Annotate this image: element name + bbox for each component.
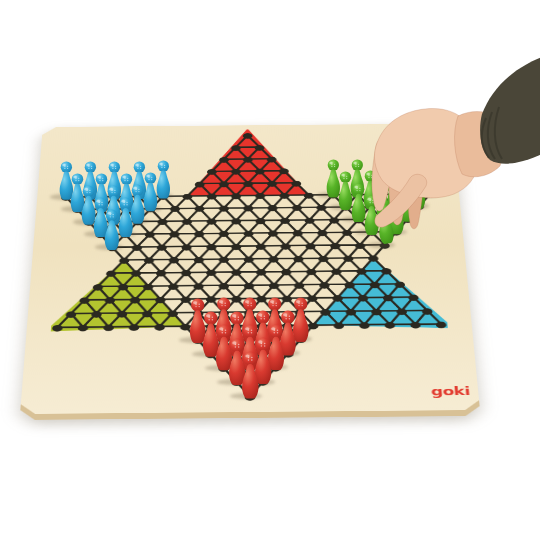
- product-photo-stage: ●●●●●●●●●●●●●●●●●●●●●●●●●●●●●●●●●●●●●●●●…: [0, 0, 540, 540]
- peg-red[interactable]: [240, 351, 261, 399]
- pegs-layer: [0, 0, 540, 540]
- peg-blue[interactable]: [103, 209, 121, 250]
